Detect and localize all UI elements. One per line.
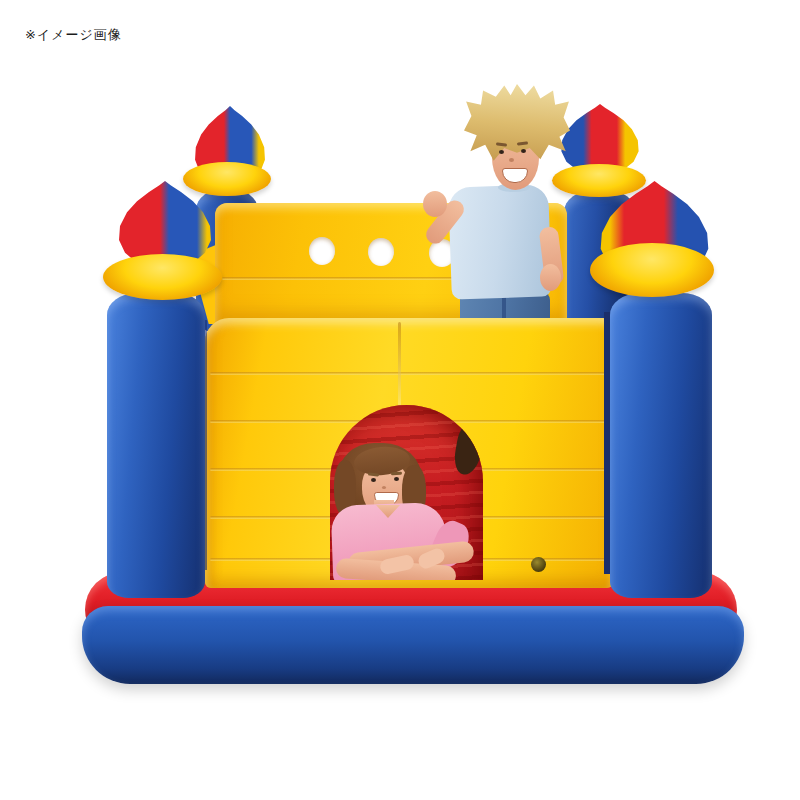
tower-back-right-ring	[552, 164, 646, 197]
wall-seam	[210, 372, 606, 375]
wall-seam-vertical	[398, 322, 401, 406]
boy-nose	[509, 158, 514, 162]
bounce-castle	[0, 0, 800, 800]
boy-hair	[464, 84, 570, 164]
boy-hand-right	[540, 264, 561, 291]
boy-eye-left	[499, 150, 504, 154]
tower-front-right-ring	[590, 243, 714, 297]
porthole-2	[368, 238, 394, 266]
arch-doorway	[330, 405, 483, 580]
girl-eye-left	[371, 478, 376, 482]
boy-eye-right	[521, 149, 526, 153]
tower-front-right-cylinder	[610, 293, 712, 598]
porthole-1	[309, 237, 335, 265]
girl-nose	[382, 486, 386, 489]
tower-front-left-ring	[103, 254, 222, 300]
tower-back-left-ring	[183, 162, 271, 196]
blue-base	[82, 606, 744, 684]
tower-front-left-cylinder	[107, 293, 205, 598]
product-photo: ※イメージ画像	[0, 0, 800, 800]
girl-eye-right	[394, 477, 399, 481]
boy-shirt	[448, 184, 552, 299]
air-valve	[531, 557, 546, 572]
boy-hand-left	[423, 191, 447, 217]
